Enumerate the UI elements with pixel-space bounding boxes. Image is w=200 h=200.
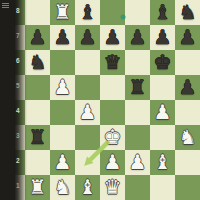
square-b6[interactable]: ♞	[25, 50, 50, 75]
piece-wP-c2[interactable]: ♟	[50, 150, 75, 175]
piece-wK-e3[interactable]: ♚	[100, 125, 125, 150]
square-g6[interactable]: ♚	[150, 50, 175, 75]
square-f2[interactable]: ♟	[125, 150, 150, 175]
square-g8[interactable]: ♝	[150, 0, 175, 25]
square-d3[interactable]	[75, 125, 100, 150]
square-h2[interactable]	[175, 150, 200, 175]
square-g7[interactable]: ♟	[150, 25, 175, 50]
piece-bP-e7[interactable]: ♟	[100, 25, 125, 50]
piece-wR-b1[interactable]: ♜	[25, 175, 50, 200]
piece-bP-d7[interactable]: ♟	[75, 25, 100, 50]
square-g3[interactable]	[150, 125, 175, 150]
square-b7[interactable]: ♟	[25, 25, 50, 50]
chess-board: ♜♝♝♞♟♟♟♟♟♟♟♞♛♚♟♜♟♟♟♜♚♞♟♟♟♝♜♞♝♛	[0, 0, 200, 200]
piece-wP-g4[interactable]: ♟	[150, 100, 175, 125]
square-f7[interactable]: ♟	[125, 25, 150, 50]
square-g4[interactable]: ♟	[150, 100, 175, 125]
square-d5[interactable]	[75, 75, 100, 100]
square-b5[interactable]	[25, 75, 50, 100]
square-e7[interactable]: ♟	[100, 25, 125, 50]
square-e4[interactable]	[100, 100, 125, 125]
square-h4[interactable]	[175, 100, 200, 125]
square-f3[interactable]	[125, 125, 150, 150]
piece-wR-c8[interactable]: ♜	[50, 0, 75, 25]
piece-bP-h7[interactable]: ♟	[175, 25, 200, 50]
square-f6[interactable]	[125, 50, 150, 75]
piece-wB-g2[interactable]: ♝	[150, 150, 175, 175]
square-e8[interactable]	[100, 0, 125, 25]
square-h6[interactable]	[175, 50, 200, 75]
square-g1[interactable]	[150, 175, 175, 200]
piece-wB-d1[interactable]: ♝	[75, 175, 100, 200]
square-d2[interactable]	[75, 150, 100, 175]
square-c6[interactable]	[50, 50, 75, 75]
square-f1[interactable]	[125, 175, 150, 200]
square-e1[interactable]: ♛	[100, 175, 125, 200]
square-h3[interactable]: ♞	[175, 125, 200, 150]
square-b1[interactable]: ♜	[25, 175, 50, 200]
piece-bN-b6[interactable]: ♞	[25, 50, 50, 75]
square-c1[interactable]: ♞	[50, 175, 75, 200]
piece-bR-b3[interactable]: ♜	[25, 125, 50, 150]
piece-wP-c5[interactable]: ♟	[50, 75, 75, 100]
piece-wQ-e1[interactable]: ♛	[100, 175, 125, 200]
square-d1[interactable]: ♝	[75, 175, 100, 200]
piece-bP-c7[interactable]: ♟	[50, 25, 75, 50]
piece-wP-e2[interactable]: ♟	[100, 150, 125, 175]
square-b8[interactable]	[25, 0, 50, 25]
square-g5[interactable]	[150, 75, 175, 100]
square-b4[interactable]	[25, 100, 50, 125]
square-d7[interactable]: ♟	[75, 25, 100, 50]
square-h5[interactable]: ♟	[175, 75, 200, 100]
square-c4[interactable]	[50, 100, 75, 125]
square-e6[interactable]: ♛	[100, 50, 125, 75]
hamburger-menu-icon[interactable]	[2, 3, 9, 8]
piece-bB-g8[interactable]: ♝	[150, 0, 175, 25]
square-c8[interactable]: ♜	[50, 0, 75, 25]
square-c2[interactable]: ♟	[50, 150, 75, 175]
square-c3[interactable]	[50, 125, 75, 150]
piece-bP-h5[interactable]: ♟	[175, 75, 200, 100]
square-f8[interactable]	[125, 0, 150, 25]
square-b3[interactable]: ♜	[25, 125, 50, 150]
piece-wN-h3[interactable]: ♞	[175, 125, 200, 150]
chess-app-window: ♜♝♝♞♟♟♟♟♟♟♟♞♛♚♟♜♟♟♟♜♚♞♟♟♟♝♜♞♝♛ 87654321	[0, 0, 200, 200]
piece-bR-f5[interactable]: ♜	[125, 75, 150, 100]
square-b2[interactable]	[25, 150, 50, 175]
square-c5[interactable]: ♟	[50, 75, 75, 100]
piece-bP-f7[interactable]: ♟	[125, 25, 150, 50]
piece-bB-d8[interactable]: ♝	[75, 0, 100, 25]
piece-wP-d4[interactable]: ♟	[75, 100, 100, 125]
square-e2[interactable]: ♟	[100, 150, 125, 175]
square-d6[interactable]	[75, 50, 100, 75]
square-h8[interactable]: ♞	[175, 0, 200, 25]
square-e5[interactable]	[100, 75, 125, 100]
square-d4[interactable]: ♟	[75, 100, 100, 125]
piece-bN-h8[interactable]: ♞	[175, 0, 200, 25]
piece-bP-b7[interactable]: ♟	[25, 25, 50, 50]
piece-bK-g6[interactable]: ♚	[150, 50, 175, 75]
square-c7[interactable]: ♟	[50, 25, 75, 50]
square-e3[interactable]: ♚	[100, 125, 125, 150]
piece-wN-c1[interactable]: ♞	[50, 175, 75, 200]
square-d8[interactable]: ♝	[75, 0, 100, 25]
square-g2[interactable]: ♝	[150, 150, 175, 175]
piece-bP-g7[interactable]: ♟	[150, 25, 175, 50]
square-f5[interactable]: ♜	[125, 75, 150, 100]
square-f4[interactable]	[125, 100, 150, 125]
square-h7[interactable]: ♟	[175, 25, 200, 50]
app-sidebar[interactable]	[0, 0, 14, 200]
square-h1[interactable]	[175, 175, 200, 200]
piece-bQ-e6[interactable]: ♛	[100, 50, 125, 75]
piece-wP-f2[interactable]: ♟	[125, 150, 150, 175]
